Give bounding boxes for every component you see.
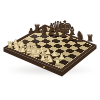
black-pawn-piece: ♟ (60, 31, 67, 39)
black-pawn-piece: ♟ (68, 34, 75, 42)
black-pawn-piece: ♟ (34, 28, 40, 35)
black-rook-piece: ♜ (86, 34, 94, 43)
white-rook-piece: ♜ (53, 58, 61, 67)
black-pawn-piece: ♟ (28, 28, 34, 35)
pieces-layer: ♜♞♝♛♚♝♞♜♟♟♟♟♟♟♟♟♟♟♟♟♟♟♟♟♜♞♝♛♚♝♞♜ (0, 0, 100, 100)
black-pawn-piece: ♟ (76, 36, 83, 44)
chess-set-photo: ♜♞♝♛♚♝♞♜♟♟♟♟♟♟♟♟♟♟♟♟♟♟♟♟♜♞♝♛♚♝♞♜ (0, 0, 100, 100)
